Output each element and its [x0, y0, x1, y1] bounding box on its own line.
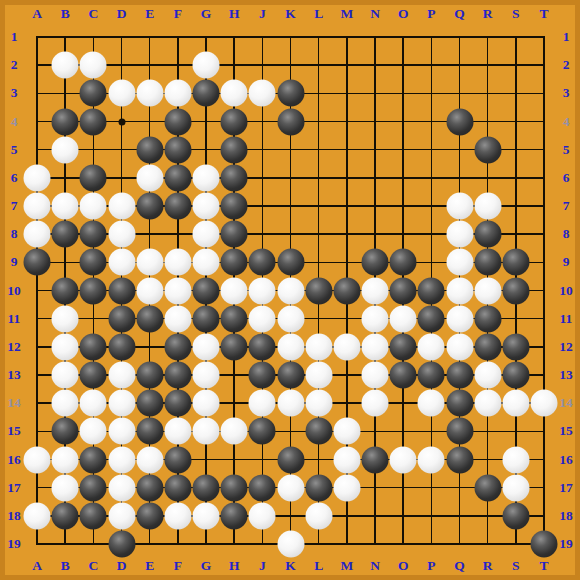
white-stone [249, 277, 276, 304]
white-stone [108, 418, 135, 445]
black-stone [221, 249, 248, 276]
white-stone [333, 474, 360, 501]
black-stone [80, 108, 107, 135]
black-stone [80, 362, 107, 389]
black-stone [474, 136, 501, 163]
coordinate-label: 3 [563, 87, 570, 101]
coordinate-label: R [483, 559, 493, 573]
coordinate-label: 4 [563, 115, 570, 129]
black-stone [390, 333, 417, 360]
coordinate-label: 10 [559, 284, 573, 298]
coordinate-label: 17 [559, 481, 573, 495]
white-stone [24, 502, 51, 529]
black-stone [80, 446, 107, 473]
coordinate-label: A [32, 7, 42, 21]
coordinate-label: 6 [563, 171, 570, 185]
black-stone [333, 277, 360, 304]
white-stone [136, 277, 163, 304]
coordinate-label: 6 [11, 171, 18, 185]
black-stone [305, 474, 332, 501]
white-stone [108, 362, 135, 389]
white-stone [193, 193, 220, 220]
black-stone [474, 249, 501, 276]
white-stone [446, 277, 473, 304]
black-stone [502, 362, 529, 389]
black-stone [52, 502, 79, 529]
coordinate-label: T [539, 559, 548, 573]
white-stone [52, 333, 79, 360]
coordinate-label: 7 [563, 199, 570, 213]
black-stone [249, 362, 276, 389]
coordinate-label: 10 [7, 284, 21, 298]
coordinate-label: 12 [559, 340, 573, 354]
black-stone [531, 531, 558, 558]
black-stone [164, 446, 191, 473]
white-stone [193, 418, 220, 445]
coordinate-label: A [32, 559, 42, 573]
white-stone [24, 164, 51, 191]
coordinate-label: Q [454, 7, 465, 21]
white-stone [193, 221, 220, 248]
white-stone [362, 362, 389, 389]
white-stone [80, 193, 107, 220]
black-stone [221, 164, 248, 191]
black-stone [305, 277, 332, 304]
coordinate-label: 2 [563, 58, 570, 72]
white-stone [249, 502, 276, 529]
white-stone [164, 80, 191, 107]
coordinate-label: 13 [559, 368, 573, 382]
coordinate-label: 8 [563, 227, 570, 241]
white-stone [136, 249, 163, 276]
black-stone [164, 390, 191, 417]
black-stone [193, 80, 220, 107]
black-stone [108, 305, 135, 332]
white-stone [249, 390, 276, 417]
black-stone [362, 446, 389, 473]
black-stone [502, 502, 529, 529]
coordinate-label: T [539, 7, 548, 21]
coordinate-label: 3 [11, 87, 18, 101]
coordinate-label: P [427, 559, 435, 573]
coordinate-label: 9 [563, 256, 570, 270]
black-stone [221, 136, 248, 163]
coordinate-label: F [174, 559, 182, 573]
black-stone [136, 362, 163, 389]
black-stone [446, 390, 473, 417]
coordinate-label: 1 [11, 30, 18, 44]
coordinate-label: F [174, 7, 182, 21]
black-stone [164, 474, 191, 501]
black-stone [249, 249, 276, 276]
coordinate-label: 2 [11, 58, 18, 72]
white-stone [362, 390, 389, 417]
coordinate-label: 11 [8, 312, 21, 326]
black-stone [221, 333, 248, 360]
white-stone [277, 277, 304, 304]
black-stone [80, 474, 107, 501]
white-stone [333, 418, 360, 445]
coordinate-label: 7 [11, 199, 18, 213]
coordinate-label: E [145, 7, 154, 21]
black-stone [390, 249, 417, 276]
coordinate-label: 12 [7, 340, 21, 354]
white-stone [24, 446, 51, 473]
white-stone [333, 333, 360, 360]
white-stone [474, 277, 501, 304]
black-stone [221, 502, 248, 529]
black-stone [418, 277, 445, 304]
white-stone [193, 502, 220, 529]
white-stone [193, 333, 220, 360]
black-stone [136, 193, 163, 220]
white-stone [193, 164, 220, 191]
white-stone [52, 136, 79, 163]
coordinate-label: K [285, 7, 296, 21]
white-stone [164, 418, 191, 445]
white-stone [531, 390, 558, 417]
white-stone [108, 193, 135, 220]
black-stone [193, 474, 220, 501]
white-stone [446, 193, 473, 220]
coordinate-label: 16 [559, 453, 573, 467]
white-stone [418, 390, 445, 417]
black-stone [446, 418, 473, 445]
coordinate-label: C [88, 559, 98, 573]
coordinate-label: B [61, 559, 70, 573]
black-stone [80, 80, 107, 107]
coordinate-label: 18 [559, 509, 573, 523]
black-stone [221, 221, 248, 248]
coordinate-label: 14 [559, 396, 573, 410]
white-stone [305, 362, 332, 389]
black-stone [164, 333, 191, 360]
black-stone [277, 80, 304, 107]
coordinate-label: J [259, 7, 266, 21]
black-stone [164, 136, 191, 163]
white-stone [502, 390, 529, 417]
white-stone [108, 446, 135, 473]
white-stone [24, 221, 51, 248]
black-stone [249, 333, 276, 360]
white-stone [52, 474, 79, 501]
black-stone [164, 362, 191, 389]
coordinate-label: 8 [11, 227, 18, 241]
white-stone [474, 193, 501, 220]
coordinate-label: G [201, 559, 212, 573]
white-stone [221, 277, 248, 304]
white-stone [305, 390, 332, 417]
black-stone [193, 305, 220, 332]
black-stone [418, 305, 445, 332]
black-stone [24, 249, 51, 276]
coordinate-label: O [398, 7, 409, 21]
white-stone [108, 390, 135, 417]
coordinate-label: G [201, 7, 212, 21]
black-stone [474, 474, 501, 501]
white-stone [108, 221, 135, 248]
white-stone [390, 305, 417, 332]
black-stone [221, 305, 248, 332]
black-stone [136, 418, 163, 445]
white-stone [418, 333, 445, 360]
white-stone [446, 305, 473, 332]
white-stone [164, 502, 191, 529]
white-stone [305, 502, 332, 529]
white-stone [193, 52, 220, 79]
coordinate-label: R [483, 7, 493, 21]
coordinate-label: N [370, 559, 380, 573]
white-stone [193, 390, 220, 417]
coordinate-label: L [314, 7, 323, 21]
white-stone [52, 305, 79, 332]
white-stone [249, 305, 276, 332]
white-stone [277, 474, 304, 501]
white-stone [502, 474, 529, 501]
white-stone [108, 249, 135, 276]
coordinate-label: H [229, 559, 240, 573]
white-stone [362, 277, 389, 304]
black-stone [390, 277, 417, 304]
white-stone [277, 531, 304, 558]
black-stone [164, 164, 191, 191]
coordinate-label: 5 [563, 143, 570, 157]
coordinate-label: J [259, 559, 266, 573]
white-stone [221, 80, 248, 107]
black-stone [362, 249, 389, 276]
black-stone [305, 418, 332, 445]
coordinate-label: 16 [7, 453, 21, 467]
white-stone [52, 390, 79, 417]
white-stone [136, 80, 163, 107]
go-board[interactable]: AABBCCDDEEFFGGHHJJKKLLMMNNOOPPQQRRSSTT11… [0, 0, 580, 580]
black-stone [474, 333, 501, 360]
coordinate-label: N [370, 7, 380, 21]
white-stone [108, 502, 135, 529]
black-stone [80, 221, 107, 248]
black-stone [108, 277, 135, 304]
white-stone [418, 446, 445, 473]
black-stone [52, 277, 79, 304]
white-stone [474, 362, 501, 389]
black-stone [80, 277, 107, 304]
black-stone [221, 474, 248, 501]
coordinate-label: D [117, 7, 127, 21]
coordinate-label: 15 [559, 425, 573, 439]
black-stone [108, 333, 135, 360]
coordinate-label: E [145, 559, 154, 573]
white-stone [108, 80, 135, 107]
black-stone [446, 362, 473, 389]
white-stone [136, 446, 163, 473]
black-stone [136, 305, 163, 332]
black-stone [277, 249, 304, 276]
black-stone [136, 136, 163, 163]
white-stone [277, 390, 304, 417]
coordinate-label: 5 [11, 143, 18, 157]
white-stone [164, 305, 191, 332]
coordinate-label: H [229, 7, 240, 21]
coordinate-label: S [512, 7, 520, 21]
coordinate-label: 4 [11, 115, 18, 129]
black-stone [277, 446, 304, 473]
black-stone [52, 108, 79, 135]
white-stone [80, 52, 107, 79]
coordinate-label: Q [454, 559, 465, 573]
white-stone [80, 418, 107, 445]
black-stone [136, 474, 163, 501]
black-stone [80, 164, 107, 191]
black-stone [52, 418, 79, 445]
white-stone [52, 193, 79, 220]
coordinate-label: 14 [7, 396, 21, 410]
white-stone [474, 390, 501, 417]
white-stone [390, 446, 417, 473]
coordinate-label: 9 [11, 256, 18, 270]
white-stone [249, 80, 276, 107]
black-stone [446, 108, 473, 135]
white-stone [164, 249, 191, 276]
black-stone [418, 362, 445, 389]
white-stone [80, 390, 107, 417]
black-stone [136, 502, 163, 529]
coordinate-label: 13 [7, 368, 21, 382]
white-stone [362, 305, 389, 332]
coordinate-label: M [340, 559, 353, 573]
white-stone [305, 333, 332, 360]
white-stone [108, 474, 135, 501]
coordinate-label: 17 [7, 481, 21, 495]
star-point [118, 118, 125, 125]
white-stone [333, 446, 360, 473]
coordinate-label: K [285, 559, 296, 573]
black-stone [474, 305, 501, 332]
white-stone [52, 362, 79, 389]
black-stone [277, 108, 304, 135]
black-stone [474, 221, 501, 248]
coordinate-label: 11 [560, 312, 573, 326]
coordinate-label: L [314, 559, 323, 573]
black-stone [80, 249, 107, 276]
coordinate-label: 19 [7, 537, 21, 551]
coordinate-label: C [88, 7, 98, 21]
coordinate-label: B [61, 7, 70, 21]
black-stone [221, 193, 248, 220]
white-stone [362, 333, 389, 360]
black-stone [164, 193, 191, 220]
black-stone [502, 249, 529, 276]
coordinate-label: M [340, 7, 353, 21]
white-stone [24, 193, 51, 220]
coordinate-label: D [117, 559, 127, 573]
black-stone [193, 277, 220, 304]
black-stone [446, 446, 473, 473]
white-stone [164, 277, 191, 304]
coordinate-label: 1 [563, 30, 570, 44]
coordinate-label: P [427, 7, 435, 21]
black-stone [136, 390, 163, 417]
black-stone [502, 333, 529, 360]
coordinate-label: S [512, 559, 520, 573]
white-stone [221, 418, 248, 445]
black-stone [80, 333, 107, 360]
white-stone [446, 221, 473, 248]
black-stone [249, 474, 276, 501]
white-stone [446, 249, 473, 276]
white-stone [52, 52, 79, 79]
black-stone [80, 502, 107, 529]
white-stone [277, 305, 304, 332]
black-stone [502, 277, 529, 304]
black-stone [164, 108, 191, 135]
black-stone [52, 221, 79, 248]
coordinate-label: O [398, 559, 409, 573]
black-stone [249, 418, 276, 445]
white-stone [502, 446, 529, 473]
white-stone [52, 446, 79, 473]
coordinate-label: 19 [559, 537, 573, 551]
black-stone [277, 362, 304, 389]
coordinate-label: 15 [7, 425, 21, 439]
black-stone [390, 362, 417, 389]
black-stone [108, 531, 135, 558]
coordinate-label: 18 [7, 509, 21, 523]
white-stone [277, 333, 304, 360]
white-stone [136, 164, 163, 191]
white-stone [446, 333, 473, 360]
white-stone [193, 362, 220, 389]
black-stone [221, 108, 248, 135]
white-stone [193, 249, 220, 276]
